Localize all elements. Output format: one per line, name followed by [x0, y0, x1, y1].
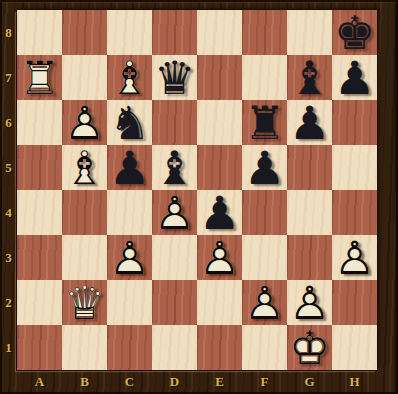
square-a6[interactable]	[17, 100, 62, 145]
piece-white-pawn[interactable]: ♟♙	[62, 100, 107, 145]
piece-black-pawn[interactable]: ♟	[197, 190, 242, 235]
rank-label-1: 1	[0, 325, 17, 370]
piece-black-knight[interactable]: ♞	[107, 100, 152, 145]
piece-white-pawn[interactable]: ♟♙	[197, 235, 242, 280]
piece-black-queen[interactable]: ♛	[152, 55, 197, 100]
file-label-g: G	[287, 370, 332, 394]
rank-label-8: 8	[0, 10, 17, 55]
square-f8[interactable]	[242, 10, 287, 55]
square-d5[interactable]: ♝	[152, 145, 197, 190]
piece-black-rook[interactable]: ♜	[242, 100, 287, 145]
piece-white-pawn[interactable]: ♟♙	[107, 235, 152, 280]
piece-white-queen[interactable]: ♛♕	[62, 280, 107, 325]
rank-label-4: 4	[0, 190, 17, 235]
square-d7[interactable]: ♛	[152, 55, 197, 100]
square-e3[interactable]: ♟♙	[197, 235, 242, 280]
square-a8[interactable]	[17, 10, 62, 55]
file-label-a: A	[17, 370, 62, 394]
square-g4[interactable]	[287, 190, 332, 235]
square-a3[interactable]	[17, 235, 62, 280]
piece-white-king[interactable]: ♚♔	[287, 325, 332, 370]
square-c6[interactable]: ♞	[107, 100, 152, 145]
piece-white-bishop[interactable]: ♝♗	[107, 55, 152, 100]
square-d4[interactable]: ♟♙	[152, 190, 197, 235]
square-d8[interactable]	[152, 10, 197, 55]
square-h5[interactable]	[332, 145, 377, 190]
square-b7[interactable]	[62, 55, 107, 100]
piece-white-pawn[interactable]: ♟♙	[287, 280, 332, 325]
square-f2[interactable]: ♟♙	[242, 280, 287, 325]
file-label-c: C	[107, 370, 152, 394]
chess-board: ♚♜♖♝♗♛♝♟♟♙♞♜♟♝♗♟♝♟♟♙♟♟♙♟♙♟♙♛♕♟♙♟♙♚♔	[17, 10, 377, 370]
square-c3[interactable]: ♟♙	[107, 235, 152, 280]
square-a5[interactable]	[17, 145, 62, 190]
piece-black-bishop[interactable]: ♝	[287, 55, 332, 100]
chess-board-frame: 8 7 6 5 4 3 2 1 ♚♜♖♝♗♛♝♟♟♙♞♜♟♝♗♟♝♟♟♙♟♟♙♟…	[0, 0, 398, 394]
rank-label-5: 5	[0, 145, 17, 190]
square-h1[interactable]	[332, 325, 377, 370]
square-c4[interactable]	[107, 190, 152, 235]
square-d1[interactable]	[152, 325, 197, 370]
piece-white-rook[interactable]: ♜♖	[17, 55, 62, 100]
square-f1[interactable]	[242, 325, 287, 370]
rank-labels: 8 7 6 5 4 3 2 1	[0, 10, 17, 370]
square-d2[interactable]	[152, 280, 197, 325]
square-c1[interactable]	[107, 325, 152, 370]
piece-black-pawn[interactable]: ♟	[242, 145, 287, 190]
piece-white-pawn[interactable]: ♟♙	[332, 235, 377, 280]
piece-white-bishop[interactable]: ♝♗	[62, 145, 107, 190]
piece-black-pawn[interactable]: ♟	[287, 100, 332, 145]
file-label-b: B	[62, 370, 107, 394]
square-f7[interactable]	[242, 55, 287, 100]
square-d6[interactable]	[152, 100, 197, 145]
square-g1[interactable]: ♚♔	[287, 325, 332, 370]
square-b8[interactable]	[62, 10, 107, 55]
square-a7[interactable]: ♜♖	[17, 55, 62, 100]
square-g2[interactable]: ♟♙	[287, 280, 332, 325]
square-e2[interactable]	[197, 280, 242, 325]
square-g8[interactable]	[287, 10, 332, 55]
square-h7[interactable]: ♟	[332, 55, 377, 100]
square-h2[interactable]	[332, 280, 377, 325]
rank-label-2: 2	[0, 280, 17, 325]
square-c2[interactable]	[107, 280, 152, 325]
square-e6[interactable]	[197, 100, 242, 145]
square-d3[interactable]	[152, 235, 197, 280]
square-c8[interactable]	[107, 10, 152, 55]
piece-black-pawn[interactable]: ♟	[332, 55, 377, 100]
square-g7[interactable]: ♝	[287, 55, 332, 100]
square-f3[interactable]	[242, 235, 287, 280]
square-h8[interactable]: ♚	[332, 10, 377, 55]
file-label-f: F	[242, 370, 287, 394]
square-e8[interactable]	[197, 10, 242, 55]
square-b1[interactable]	[62, 325, 107, 370]
square-g5[interactable]	[287, 145, 332, 190]
square-f4[interactable]	[242, 190, 287, 235]
square-b3[interactable]	[62, 235, 107, 280]
square-e7[interactable]	[197, 55, 242, 100]
square-g3[interactable]	[287, 235, 332, 280]
rank-label-3: 3	[0, 235, 17, 280]
rank-label-7: 7	[0, 55, 17, 100]
square-e4[interactable]: ♟	[197, 190, 242, 235]
piece-black-king[interactable]: ♚	[332, 10, 377, 55]
piece-white-pawn[interactable]: ♟♙	[152, 190, 197, 235]
square-b5[interactable]: ♝♗	[62, 145, 107, 190]
square-g6[interactable]: ♟	[287, 100, 332, 145]
file-label-d: D	[152, 370, 197, 394]
square-e5[interactable]	[197, 145, 242, 190]
square-f5[interactable]: ♟	[242, 145, 287, 190]
square-e1[interactable]	[197, 325, 242, 370]
square-h6[interactable]	[332, 100, 377, 145]
square-b4[interactable]	[62, 190, 107, 235]
square-f6[interactable]: ♜	[242, 100, 287, 145]
square-b6[interactable]: ♟♙	[62, 100, 107, 145]
square-c7[interactable]: ♝♗	[107, 55, 152, 100]
square-c5[interactable]: ♟	[107, 145, 152, 190]
square-h3[interactable]: ♟♙	[332, 235, 377, 280]
square-a4[interactable]	[17, 190, 62, 235]
square-h4[interactable]	[332, 190, 377, 235]
file-labels: A B C D E F G H	[17, 370, 377, 394]
piece-black-bishop[interactable]: ♝	[152, 145, 197, 190]
piece-white-pawn[interactable]: ♟♙	[242, 280, 287, 325]
square-a1[interactable]	[17, 325, 62, 370]
piece-black-pawn[interactable]: ♟	[107, 145, 152, 190]
square-a2[interactable]	[17, 280, 62, 325]
square-b2[interactable]: ♛♕	[62, 280, 107, 325]
file-label-e: E	[197, 370, 242, 394]
file-label-h: H	[332, 370, 377, 394]
rank-label-6: 6	[0, 100, 17, 145]
